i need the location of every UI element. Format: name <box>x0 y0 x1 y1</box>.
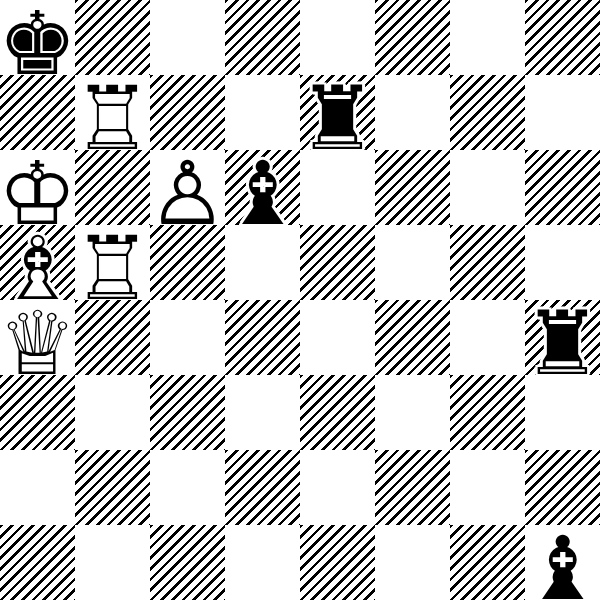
square-e7[interactable]: ♜♜ <box>300 75 375 150</box>
piece-glyph: ♕ <box>0 306 75 381</box>
square-f8[interactable] <box>375 0 450 75</box>
piece-fill-halo-layer: ♜ <box>300 81 375 156</box>
piece-fill-halo-layer: ♜ <box>75 231 150 306</box>
square-b4[interactable] <box>75 300 150 375</box>
square-f4[interactable] <box>375 300 450 375</box>
square-c2[interactable] <box>150 450 225 525</box>
square-d3[interactable] <box>225 375 300 450</box>
piece-glyph: ♔ <box>0 156 75 231</box>
square-b3[interactable] <box>75 375 150 450</box>
square-g2[interactable] <box>450 450 525 525</box>
piece-glyph: ♝ <box>525 531 600 600</box>
piece-glyph: ♗ <box>0 231 75 306</box>
square-a7[interactable] <box>0 75 75 150</box>
piece-fill-halo-layer: ♚ <box>0 6 75 81</box>
square-g8[interactable] <box>450 0 525 75</box>
square-f2[interactable] <box>375 450 450 525</box>
square-b7[interactable]: ♜♖ <box>75 75 150 150</box>
square-a3[interactable] <box>0 375 75 450</box>
square-d7[interactable] <box>225 75 300 150</box>
chess-board: ♚♚♜♖♜♜♚♔♟♙♝♝♝♗♜♖♛♕♜♜♝♝ <box>0 0 600 600</box>
square-c8[interactable] <box>150 0 225 75</box>
square-g3[interactable] <box>450 375 525 450</box>
square-f5[interactable] <box>375 225 450 300</box>
piece-fill-halo-layer: ♜ <box>525 306 600 381</box>
square-e5[interactable] <box>300 225 375 300</box>
square-a6[interactable]: ♚♔ <box>0 150 75 225</box>
piece-white-bishop-a5[interactable]: ♝♗ <box>0 225 75 300</box>
square-g4[interactable] <box>450 300 525 375</box>
piece-glyph: ♖ <box>75 81 150 156</box>
piece-fill-halo-layer: ♝ <box>225 156 300 231</box>
square-d5[interactable] <box>225 225 300 300</box>
square-f3[interactable] <box>375 375 450 450</box>
piece-white-queen-a4[interactable]: ♛♕ <box>0 300 75 375</box>
piece-fill-halo-layer: ♚ <box>0 156 75 231</box>
piece-white-king-a6[interactable]: ♚♔ <box>0 150 75 225</box>
square-a2[interactable] <box>0 450 75 525</box>
square-g7[interactable] <box>450 75 525 150</box>
square-h4[interactable]: ♜♜ <box>525 300 600 375</box>
square-b1[interactable] <box>75 525 150 600</box>
square-c3[interactable] <box>150 375 225 450</box>
square-a8[interactable]: ♚♚ <box>0 0 75 75</box>
square-h7[interactable] <box>525 75 600 150</box>
square-e8[interactable] <box>300 0 375 75</box>
piece-black-king-a8[interactable]: ♚♚ <box>0 0 75 75</box>
square-c7[interactable] <box>150 75 225 150</box>
piece-fill-halo-layer: ♝ <box>0 231 75 306</box>
piece-glyph: ♜ <box>300 81 375 156</box>
square-c5[interactable] <box>150 225 225 300</box>
square-h6[interactable] <box>525 150 600 225</box>
square-f6[interactable] <box>375 150 450 225</box>
square-e6[interactable] <box>300 150 375 225</box>
square-h2[interactable] <box>525 450 600 525</box>
piece-fill-halo-layer: ♜ <box>75 81 150 156</box>
piece-glyph: ♜ <box>525 306 600 381</box>
piece-white-rook-b7[interactable]: ♜♖ <box>75 75 150 150</box>
square-b6[interactable] <box>75 150 150 225</box>
square-e1[interactable] <box>300 525 375 600</box>
piece-fill-halo-layer: ♛ <box>0 306 75 381</box>
square-d4[interactable] <box>225 300 300 375</box>
piece-black-rook-e7[interactable]: ♜♜ <box>300 75 375 150</box>
square-a5[interactable]: ♝♗ <box>0 225 75 300</box>
piece-fill-halo-layer: ♟ <box>150 156 225 231</box>
square-a1[interactable] <box>0 525 75 600</box>
square-g1[interactable] <box>450 525 525 600</box>
square-h8[interactable] <box>525 0 600 75</box>
square-c4[interactable] <box>150 300 225 375</box>
square-b5[interactable]: ♜♖ <box>75 225 150 300</box>
piece-black-bishop-h1[interactable]: ♝♝ <box>525 525 600 600</box>
square-b2[interactable] <box>75 450 150 525</box>
piece-black-bishop-d6[interactable]: ♝♝ <box>225 150 300 225</box>
piece-glyph: ♝ <box>225 156 300 231</box>
square-g6[interactable] <box>450 150 525 225</box>
piece-white-rook-b5[interactable]: ♜♖ <box>75 225 150 300</box>
square-g5[interactable] <box>450 225 525 300</box>
square-h3[interactable] <box>525 375 600 450</box>
square-f1[interactable] <box>375 525 450 600</box>
square-d8[interactable] <box>225 0 300 75</box>
piece-black-rook-h4[interactable]: ♜♜ <box>525 300 600 375</box>
piece-white-pawn-c6[interactable]: ♟♙ <box>150 150 225 225</box>
square-h5[interactable] <box>525 225 600 300</box>
square-e3[interactable] <box>300 375 375 450</box>
square-a4[interactable]: ♛♕ <box>0 300 75 375</box>
piece-glyph: ♖ <box>75 231 150 306</box>
square-e4[interactable] <box>300 300 375 375</box>
square-b8[interactable] <box>75 0 150 75</box>
piece-glyph: ♙ <box>150 156 225 231</box>
square-h1[interactable]: ♝♝ <box>525 525 600 600</box>
square-f7[interactable] <box>375 75 450 150</box>
piece-fill-halo-layer: ♝ <box>525 531 600 600</box>
piece-glyph: ♚ <box>0 6 75 81</box>
square-c1[interactable] <box>150 525 225 600</box>
square-d6[interactable]: ♝♝ <box>225 150 300 225</box>
square-c6[interactable]: ♟♙ <box>150 150 225 225</box>
square-d2[interactable] <box>225 450 300 525</box>
square-d1[interactable] <box>225 525 300 600</box>
square-e2[interactable] <box>300 450 375 525</box>
